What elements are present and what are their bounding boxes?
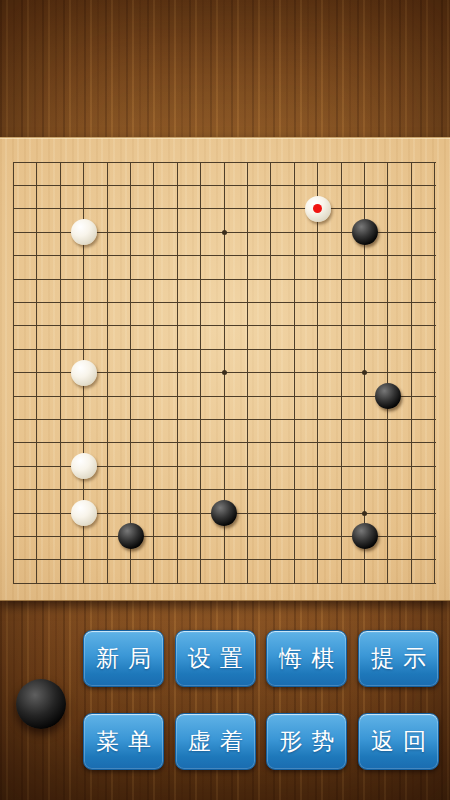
grid-line [14, 349, 436, 350]
grid-line [14, 396, 436, 397]
turn-indicator-black-stone [16, 679, 66, 729]
button-row-1: 新局 设置 悔棋 提示 [83, 630, 439, 687]
grid-line [387, 162, 388, 584]
grid-line [107, 162, 108, 584]
settings-button[interactable]: 设置 [175, 630, 256, 687]
grid-line [341, 162, 342, 584]
star-point [222, 230, 227, 235]
button-row-2: 菜单 虚着 形势 返回 [83, 713, 439, 770]
back-button[interactable]: 返回 [358, 713, 439, 770]
black-stone [352, 219, 378, 245]
grid-line [14, 419, 436, 420]
grid-line [14, 162, 436, 163]
black-stone [118, 523, 144, 549]
white-stone [71, 219, 97, 245]
grid-line [14, 325, 436, 326]
undo-button[interactable]: 悔棋 [266, 630, 347, 687]
hint-button[interactable]: 提示 [358, 630, 439, 687]
grid-line [14, 583, 436, 584]
grid-line [14, 255, 436, 256]
white-stone [71, 360, 97, 386]
grid-line [14, 442, 436, 443]
grid-line [434, 162, 435, 584]
star-point [362, 511, 367, 516]
last-move-marker [313, 204, 322, 213]
white-stone [71, 453, 97, 479]
grid-line [36, 162, 37, 584]
grid-line [14, 185, 436, 186]
estimate-button[interactable]: 形势 [266, 713, 347, 770]
grid-line [200, 162, 201, 584]
go-app-screen: 新局 设置 悔棋 提示 菜单 虚着 形势 返回 [0, 0, 450, 800]
white-stone [305, 196, 331, 222]
black-stone [352, 523, 378, 549]
white-stone [71, 500, 97, 526]
black-stone [375, 383, 401, 409]
grid-line [153, 162, 154, 584]
grid-line [14, 489, 436, 490]
grid-line [317, 162, 318, 584]
black-stone [211, 500, 237, 526]
grid-line [14, 559, 436, 560]
star-point [222, 370, 227, 375]
menu-button[interactable]: 菜单 [83, 713, 164, 770]
star-point [362, 370, 367, 375]
grid-line [270, 162, 271, 584]
grid-line [294, 162, 295, 584]
grid-line [14, 302, 436, 303]
grid-line [247, 162, 248, 584]
grid-line [130, 162, 131, 584]
pass-button[interactable]: 虚着 [175, 713, 256, 770]
grid-line [13, 162, 14, 584]
grid-line [60, 162, 61, 584]
grid-line [14, 279, 436, 280]
grid-line [177, 162, 178, 584]
go-board[interactable] [0, 137, 450, 601]
grid-line [14, 208, 436, 209]
grid-line [411, 162, 412, 584]
new-game-button[interactable]: 新局 [83, 630, 164, 687]
